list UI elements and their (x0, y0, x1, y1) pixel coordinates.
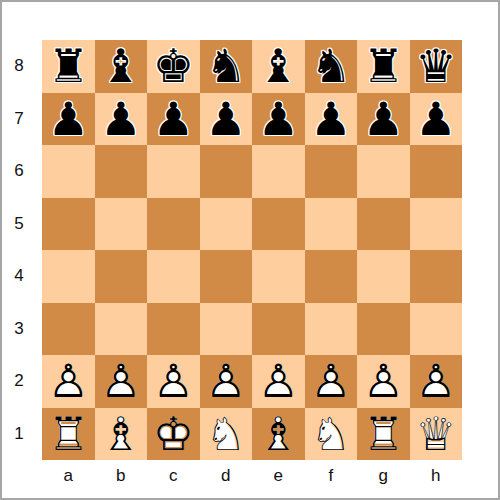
square-h5[interactable] (410, 198, 463, 251)
square-a4[interactable] (42, 250, 95, 303)
square-c8[interactable]: ♚ (147, 40, 200, 93)
rank-label-7: 7 (2, 93, 42, 146)
file-label-d: d (200, 460, 253, 498)
white-piece-outline: ♙ (252, 355, 305, 408)
white-piece-outline: ♗ (95, 408, 148, 461)
square-f2[interactable]: ♟♙ (305, 355, 358, 408)
square-b1[interactable]: ♝♗ (95, 408, 148, 461)
piece-black-pawn-icon[interactable]: ♟ (147, 93, 200, 146)
square-b8[interactable]: ♝ (95, 40, 148, 93)
chess-board: ♜♝♚♞♝♞♜♛♟♟♟♟♟♟♟♟♟♙♟♙♟♙♟♙♟♙♟♙♟♙♟♙♜♖♝♗♚♔♞♘… (42, 40, 462, 460)
square-c6[interactable] (147, 145, 200, 198)
square-g5[interactable] (357, 198, 410, 251)
square-d4[interactable] (200, 250, 253, 303)
file-label-a: a (42, 460, 95, 498)
piece-white-pawn-icon[interactable]: ♟♙ (147, 355, 200, 408)
rank-label-5: 5 (2, 198, 42, 251)
piece-black-pawn-icon[interactable]: ♟ (252, 93, 305, 146)
piece-white-knight-icon[interactable]: ♞♘ (200, 408, 253, 461)
white-piece-outline: ♙ (410, 355, 463, 408)
black-piece-glyph: ♛ (410, 40, 463, 93)
black-piece-glyph: ♟ (357, 93, 410, 146)
white-piece-outline: ♗ (252, 408, 305, 461)
black-piece-glyph: ♟ (147, 93, 200, 146)
piece-white-bishop-icon[interactable]: ♝♗ (252, 408, 305, 461)
white-piece-outline: ♖ (42, 408, 95, 461)
rank-label-6: 6 (2, 145, 42, 198)
square-g3[interactable] (357, 303, 410, 356)
square-c5[interactable] (147, 198, 200, 251)
file-label-c: c (147, 460, 200, 498)
square-g8[interactable]: ♜ (357, 40, 410, 93)
white-piece-outline: ♔ (147, 408, 200, 461)
rank-label-8: 8 (2, 40, 42, 93)
white-piece-outline: ♙ (95, 355, 148, 408)
square-h8[interactable]: ♛ (410, 40, 463, 93)
piece-white-pawn-icon[interactable]: ♟♙ (305, 355, 358, 408)
black-piece-glyph: ♞ (305, 40, 358, 93)
piece-black-queen-icon[interactable]: ♛ (410, 40, 463, 93)
square-a6[interactable] (42, 145, 95, 198)
black-piece-glyph: ♟ (252, 93, 305, 146)
piece-black-pawn-icon[interactable]: ♟ (200, 93, 253, 146)
file-label-e: e (252, 460, 305, 498)
piece-black-pawn-icon[interactable]: ♟ (357, 93, 410, 146)
white-piece-outline: ♙ (357, 355, 410, 408)
square-a7[interactable]: ♟ (42, 93, 95, 146)
piece-white-bishop-icon[interactable]: ♝♗ (95, 408, 148, 461)
rank-label-3: 3 (2, 303, 42, 356)
white-piece-outline: ♙ (147, 355, 200, 408)
piece-black-pawn-icon[interactable]: ♟ (42, 93, 95, 146)
piece-black-pawn-icon[interactable]: ♟ (410, 93, 463, 146)
piece-white-rook-icon[interactable]: ♜♖ (42, 408, 95, 461)
square-h3[interactable] (410, 303, 463, 356)
file-labels: abcdefgh (42, 460, 462, 498)
square-c3[interactable] (147, 303, 200, 356)
square-e1[interactable]: ♝♗ (252, 408, 305, 461)
rank-labels: 87654321 (2, 40, 42, 460)
square-f4[interactable] (305, 250, 358, 303)
white-piece-outline: ♙ (305, 355, 358, 408)
black-piece-glyph: ♜ (357, 40, 410, 93)
piece-black-knight-icon[interactable]: ♞ (200, 40, 253, 93)
piece-black-rook-icon[interactable]: ♜ (357, 40, 410, 93)
black-piece-glyph: ♜ (42, 40, 95, 93)
piece-black-king-icon[interactable]: ♚ (147, 40, 200, 93)
rank-label-4: 4 (2, 250, 42, 303)
square-f6[interactable] (305, 145, 358, 198)
square-h2[interactable]: ♟♙ (410, 355, 463, 408)
piece-white-knight-icon[interactable]: ♞♘ (305, 408, 358, 461)
black-piece-glyph: ♟ (410, 93, 463, 146)
square-d1[interactable]: ♞♘ (200, 408, 253, 461)
rank-label-1: 1 (2, 408, 42, 461)
square-g6[interactable] (357, 145, 410, 198)
piece-white-pawn-icon[interactable]: ♟♙ (357, 355, 410, 408)
piece-white-pawn-icon[interactable]: ♟♙ (95, 355, 148, 408)
white-piece-outline: ♖ (357, 408, 410, 461)
square-d3[interactable] (200, 303, 253, 356)
square-g1[interactable]: ♜♖ (357, 408, 410, 461)
square-h1[interactable]: ♛♕ (410, 408, 463, 461)
square-f5[interactable] (305, 198, 358, 251)
white-piece-outline: ♘ (200, 408, 253, 461)
piece-white-king-icon[interactable]: ♚♔ (147, 408, 200, 461)
piece-black-pawn-icon[interactable]: ♟ (305, 93, 358, 146)
square-f3[interactable] (305, 303, 358, 356)
black-piece-glyph: ♚ (147, 40, 200, 93)
black-piece-glyph: ♟ (305, 93, 358, 146)
piece-white-rook-icon[interactable]: ♜♖ (357, 408, 410, 461)
square-h7[interactable]: ♟ (410, 93, 463, 146)
piece-black-bishop-icon[interactable]: ♝ (252, 40, 305, 93)
piece-black-pawn-icon[interactable]: ♟ (95, 93, 148, 146)
square-e4[interactable] (252, 250, 305, 303)
square-f8[interactable]: ♞ (305, 40, 358, 93)
file-label-h: h (410, 460, 463, 498)
white-piece-outline: ♙ (200, 355, 253, 408)
piece-white-pawn-icon[interactable]: ♟♙ (410, 355, 463, 408)
square-b2[interactable]: ♟♙ (95, 355, 148, 408)
piece-black-rook-icon[interactable]: ♜ (42, 40, 95, 93)
square-b7[interactable]: ♟ (95, 93, 148, 146)
square-h6[interactable] (410, 145, 463, 198)
square-d7[interactable]: ♟ (200, 93, 253, 146)
black-piece-glyph: ♟ (95, 93, 148, 146)
square-a2[interactable]: ♟♙ (42, 355, 95, 408)
square-c7[interactable]: ♟ (147, 93, 200, 146)
white-piece-outline: ♙ (42, 355, 95, 408)
square-c4[interactable] (147, 250, 200, 303)
square-d6[interactable] (200, 145, 253, 198)
square-c2[interactable]: ♟♙ (147, 355, 200, 408)
chess-diagram: 87654321 ♜♝♚♞♝♞♜♛♟♟♟♟♟♟♟♟♟♙♟♙♟♙♟♙♟♙♟♙♟♙♟… (0, 0, 500, 500)
file-label-b: b (95, 460, 148, 498)
square-e5[interactable] (252, 198, 305, 251)
file-label-f: f (305, 460, 358, 498)
piece-white-pawn-icon[interactable]: ♟♙ (200, 355, 253, 408)
square-d2[interactable]: ♟♙ (200, 355, 253, 408)
rank-label-2: 2 (2, 355, 42, 408)
piece-black-knight-icon[interactable]: ♞ (305, 40, 358, 93)
square-f1[interactable]: ♞♘ (305, 408, 358, 461)
piece-black-bishop-icon[interactable]: ♝ (95, 40, 148, 93)
square-b5[interactable] (95, 198, 148, 251)
square-g2[interactable]: ♟♙ (357, 355, 410, 408)
white-piece-outline: ♕ (410, 408, 463, 461)
square-a5[interactable] (42, 198, 95, 251)
piece-white-pawn-icon[interactable]: ♟♙ (42, 355, 95, 408)
square-e3[interactable] (252, 303, 305, 356)
piece-white-pawn-icon[interactable]: ♟♙ (252, 355, 305, 408)
square-b6[interactable] (95, 145, 148, 198)
square-e7[interactable]: ♟ (252, 93, 305, 146)
square-b4[interactable] (95, 250, 148, 303)
square-a8[interactable]: ♜ (42, 40, 95, 93)
square-e8[interactable]: ♝ (252, 40, 305, 93)
square-e2[interactable]: ♟♙ (252, 355, 305, 408)
black-piece-glyph: ♟ (200, 93, 253, 146)
square-d5[interactable] (200, 198, 253, 251)
black-piece-glyph: ♟ (42, 93, 95, 146)
black-piece-glyph: ♝ (95, 40, 148, 93)
square-a1[interactable]: ♜♖ (42, 408, 95, 461)
file-label-g: g (357, 460, 410, 498)
square-g7[interactable]: ♟ (357, 93, 410, 146)
black-piece-glyph: ♝ (252, 40, 305, 93)
square-f7[interactable]: ♟ (305, 93, 358, 146)
square-b3[interactable] (95, 303, 148, 356)
white-piece-outline: ♘ (305, 408, 358, 461)
black-piece-glyph: ♞ (200, 40, 253, 93)
square-e6[interactable] (252, 145, 305, 198)
square-g4[interactable] (357, 250, 410, 303)
piece-white-queen-icon[interactable]: ♛♕ (410, 408, 463, 461)
square-a3[interactable] (42, 303, 95, 356)
square-d8[interactable]: ♞ (200, 40, 253, 93)
square-c1[interactable]: ♚♔ (147, 408, 200, 461)
square-h4[interactable] (410, 250, 463, 303)
